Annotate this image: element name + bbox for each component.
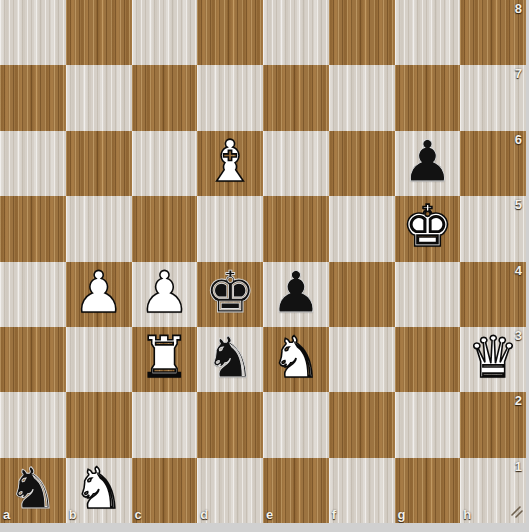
square-e2[interactable] [263, 392, 329, 457]
chess-board: 87♝♟6♚5♟♟♚♟4♜♞♞3♛2a♞b♞cdefg1h [0, 0, 526, 523]
square-b3[interactable] [66, 327, 132, 392]
square-g7[interactable] [395, 65, 461, 130]
rank-label-8: 8 [515, 1, 522, 16]
piece-black-knight[interactable]: ♞ [205, 329, 256, 386]
square-b4[interactable]: ♟ [66, 262, 132, 327]
square-h3[interactable]: 3♛ [460, 327, 526, 392]
square-f5[interactable] [329, 196, 395, 261]
square-c6[interactable] [132, 131, 198, 196]
board-resize-handle[interactable] [509, 504, 524, 519]
square-c7[interactable] [132, 65, 198, 130]
square-h2[interactable]: 2 [460, 392, 526, 457]
rank-label-1: 1 [515, 459, 522, 474]
square-g2[interactable] [395, 392, 461, 457]
square-d1[interactable]: d [197, 458, 263, 523]
square-h6[interactable]: 6 [460, 131, 526, 196]
square-h5[interactable]: 5 [460, 196, 526, 261]
rank-label-5: 5 [515, 197, 522, 212]
square-e5[interactable] [263, 196, 329, 261]
square-e6[interactable] [263, 131, 329, 196]
file-label-c: c [135, 507, 142, 522]
square-e1[interactable]: e [263, 458, 329, 523]
square-f6[interactable] [329, 131, 395, 196]
square-d4[interactable]: ♚ [197, 262, 263, 327]
file-label-e: e [266, 507, 273, 522]
piece-black-knight[interactable]: ♞ [7, 460, 58, 517]
square-c4[interactable]: ♟ [132, 262, 198, 327]
square-g4[interactable] [395, 262, 461, 327]
square-d3[interactable]: ♞ [197, 327, 263, 392]
square-f8[interactable] [329, 0, 395, 65]
square-d6[interactable]: ♝ [197, 131, 263, 196]
square-a2[interactable] [0, 392, 66, 457]
square-c3[interactable]: ♜ [132, 327, 198, 392]
square-g8[interactable] [395, 0, 461, 65]
square-f2[interactable] [329, 392, 395, 457]
rank-label-4: 4 [515, 263, 522, 278]
piece-black-pawn[interactable]: ♟ [270, 264, 321, 321]
rank-label-6: 6 [515, 132, 522, 147]
square-a6[interactable] [0, 131, 66, 196]
square-g6[interactable]: ♟ [395, 131, 461, 196]
square-d2[interactable] [197, 392, 263, 457]
square-b8[interactable] [66, 0, 132, 65]
square-e8[interactable] [263, 0, 329, 65]
piece-black-pawn[interactable]: ♟ [402, 133, 453, 190]
file-label-f: f [332, 507, 336, 522]
square-b6[interactable] [66, 131, 132, 196]
square-a3[interactable] [0, 327, 66, 392]
square-h4[interactable]: 4 [460, 262, 526, 327]
square-b5[interactable] [66, 196, 132, 261]
square-d5[interactable] [197, 196, 263, 261]
piece-white-king[interactable]: ♚ [402, 198, 453, 255]
file-label-d: d [200, 507, 208, 522]
square-h8[interactable]: 8 [460, 0, 526, 65]
square-a5[interactable] [0, 196, 66, 261]
chess-page: 87♝♟6♚5♟♟♚♟4♜♞♞3♛2a♞b♞cdefg1h [0, 0, 529, 532]
square-g1[interactable]: g [395, 458, 461, 523]
rank-label-2: 2 [515, 393, 522, 408]
square-c1[interactable]: c [132, 458, 198, 523]
square-f7[interactable] [329, 65, 395, 130]
square-f3[interactable] [329, 327, 395, 392]
rank-label-7: 7 [515, 66, 522, 81]
piece-white-pawn[interactable]: ♟ [139, 264, 190, 321]
file-label-h: h [463, 507, 471, 522]
piece-black-king[interactable]: ♚ [205, 264, 256, 321]
square-b7[interactable] [66, 65, 132, 130]
square-a4[interactable] [0, 262, 66, 327]
square-a1[interactable]: a♞ [0, 458, 66, 523]
piece-white-queen[interactable]: ♛ [468, 329, 519, 386]
square-e3[interactable]: ♞ [263, 327, 329, 392]
square-f1[interactable]: f [329, 458, 395, 523]
square-d7[interactable] [197, 65, 263, 130]
square-h7[interactable]: 7 [460, 65, 526, 130]
piece-white-rook[interactable]: ♜ [139, 329, 190, 386]
square-b1[interactable]: b♞ [66, 458, 132, 523]
square-g3[interactable] [395, 327, 461, 392]
square-e7[interactable] [263, 65, 329, 130]
square-a8[interactable] [0, 0, 66, 65]
square-b2[interactable] [66, 392, 132, 457]
piece-white-bishop[interactable]: ♝ [205, 133, 256, 190]
file-label-g: g [398, 507, 406, 522]
square-g5[interactable]: ♚ [395, 196, 461, 261]
square-e4[interactable]: ♟ [263, 262, 329, 327]
piece-white-knight[interactable]: ♞ [73, 460, 124, 517]
square-c8[interactable] [132, 0, 198, 65]
square-c5[interactable] [132, 196, 198, 261]
square-d8[interactable] [197, 0, 263, 65]
piece-white-knight[interactable]: ♞ [270, 329, 321, 386]
square-c2[interactable] [132, 392, 198, 457]
square-a7[interactable] [0, 65, 66, 130]
square-f4[interactable] [329, 262, 395, 327]
piece-white-pawn[interactable]: ♟ [73, 264, 124, 321]
